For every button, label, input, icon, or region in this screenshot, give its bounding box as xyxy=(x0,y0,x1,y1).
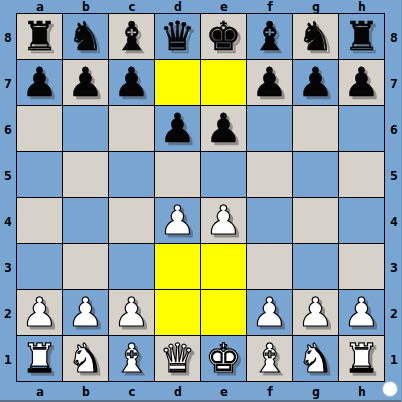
coordinate-label-c: c xyxy=(109,384,155,400)
square-e4[interactable]: ♟ xyxy=(201,198,246,243)
piece-black-pawn[interactable]: ♟ xyxy=(160,106,196,151)
coordinate-label-8: 8 xyxy=(0,14,16,60)
piece-black-pawn[interactable]: ♟ xyxy=(252,60,288,105)
coordinate-label-f: f xyxy=(247,384,293,400)
coordinate-label-d: d xyxy=(155,384,201,400)
piece-white-pawn[interactable]: ♟ xyxy=(206,198,242,243)
coordinate-label-g: g xyxy=(293,0,339,13)
square-c6[interactable] xyxy=(109,106,154,151)
piece-black-rook[interactable]: ♜ xyxy=(22,14,58,59)
square-g1[interactable]: ♞ xyxy=(293,336,338,381)
square-b6[interactable] xyxy=(63,106,108,151)
square-c2[interactable]: ♟ xyxy=(109,290,154,335)
square-b3[interactable] xyxy=(63,244,108,289)
piece-white-bishop[interactable]: ♝ xyxy=(114,336,150,381)
file-labels-top: abcdefgh xyxy=(17,0,385,13)
coordinate-label-h: h xyxy=(339,384,385,400)
square-f3[interactable] xyxy=(247,244,292,289)
square-e2[interactable] xyxy=(201,290,246,335)
square-h8[interactable]: ♜ xyxy=(339,14,384,59)
coordinate-label-c: c xyxy=(109,0,155,13)
piece-black-queen[interactable]: ♛ xyxy=(160,14,196,59)
rank-labels-left: 87654321 xyxy=(0,14,16,382)
square-a2[interactable]: ♟ xyxy=(17,290,62,335)
square-d4[interactable]: ♟ xyxy=(155,198,200,243)
piece-white-pawn[interactable]: ♟ xyxy=(68,290,104,335)
square-d3[interactable] xyxy=(155,244,200,289)
square-h7[interactable]: ♟ xyxy=(339,60,384,105)
piece-white-king[interactable]: ♚ xyxy=(206,336,242,381)
piece-white-pawn[interactable]: ♟ xyxy=(344,290,380,335)
coordinate-label-a: a xyxy=(17,384,63,400)
piece-black-king[interactable]: ♚ xyxy=(206,14,242,59)
square-e3[interactable] xyxy=(201,244,246,289)
square-a3[interactable] xyxy=(17,244,62,289)
square-g7[interactable]: ♟ xyxy=(293,60,338,105)
chess-board: ♜♞♝♛♚♝♞♜♟♟♟♟♟♟♟♟♟♟♟♟♟♟♟♟♜♞♝♛♚♝♞♜ xyxy=(16,13,385,382)
piece-black-knight[interactable]: ♞ xyxy=(68,14,104,59)
square-c4[interactable] xyxy=(109,198,154,243)
square-f4[interactable] xyxy=(247,198,292,243)
coordinate-label-f: f xyxy=(247,0,293,13)
square-b7[interactable]: ♟ xyxy=(63,60,108,105)
piece-black-bishop[interactable]: ♝ xyxy=(252,14,288,59)
coordinate-label-5: 5 xyxy=(386,152,402,198)
piece-white-pawn[interactable]: ♟ xyxy=(114,290,150,335)
square-h2[interactable]: ♟ xyxy=(339,290,384,335)
coordinate-label-7: 7 xyxy=(0,60,16,106)
piece-white-queen[interactable]: ♛ xyxy=(160,336,196,381)
coordinate-label-3: 3 xyxy=(386,244,402,290)
square-e7[interactable] xyxy=(201,60,246,105)
file-labels-bottom: abcdefgh xyxy=(17,384,385,400)
square-h5[interactable] xyxy=(339,152,384,197)
square-h4[interactable] xyxy=(339,198,384,243)
square-h3[interactable] xyxy=(339,244,384,289)
square-a5[interactable] xyxy=(17,152,62,197)
coordinate-label-a: a xyxy=(17,0,63,13)
coordinate-label-4: 4 xyxy=(0,198,16,244)
piece-white-pawn[interactable]: ♟ xyxy=(298,290,334,335)
coordinate-label-4: 4 xyxy=(386,198,402,244)
coordinate-label-5: 5 xyxy=(0,152,16,198)
piece-white-rook[interactable]: ♜ xyxy=(22,336,58,381)
square-d6[interactable]: ♟ xyxy=(155,106,200,151)
piece-white-rook[interactable]: ♜ xyxy=(344,336,380,381)
square-d5[interactable] xyxy=(155,152,200,197)
piece-black-pawn[interactable]: ♟ xyxy=(344,60,380,105)
square-c3[interactable] xyxy=(109,244,154,289)
piece-white-pawn[interactable]: ♟ xyxy=(22,290,58,335)
side-to-move-indicator xyxy=(383,382,397,396)
coordinate-label-2: 2 xyxy=(386,290,402,336)
square-g6[interactable] xyxy=(293,106,338,151)
piece-black-pawn[interactable]: ♟ xyxy=(206,106,242,151)
square-h1[interactable]: ♜ xyxy=(339,336,384,381)
piece-white-knight[interactable]: ♞ xyxy=(68,336,104,381)
square-d2[interactable] xyxy=(155,290,200,335)
piece-black-pawn[interactable]: ♟ xyxy=(68,60,104,105)
piece-black-pawn[interactable]: ♟ xyxy=(22,60,58,105)
coordinate-label-e: e xyxy=(201,0,247,13)
coordinate-label-h: h xyxy=(339,0,385,13)
square-f7[interactable]: ♟ xyxy=(247,60,292,105)
square-c5[interactable] xyxy=(109,152,154,197)
square-d1[interactable]: ♛ xyxy=(155,336,200,381)
piece-black-bishop[interactable]: ♝ xyxy=(114,14,150,59)
square-c8[interactable]: ♝ xyxy=(109,14,154,59)
square-b5[interactable] xyxy=(63,152,108,197)
square-b1[interactable]: ♞ xyxy=(63,336,108,381)
coordinate-label-3: 3 xyxy=(0,244,16,290)
piece-black-rook[interactable]: ♜ xyxy=(344,14,380,59)
square-d8[interactable]: ♛ xyxy=(155,14,200,59)
piece-black-pawn[interactable]: ♟ xyxy=(298,60,334,105)
piece-white-knight[interactable]: ♞ xyxy=(298,336,334,381)
coordinate-label-2: 2 xyxy=(0,290,16,336)
square-d7[interactable] xyxy=(155,60,200,105)
square-f8[interactable]: ♝ xyxy=(247,14,292,59)
square-b2[interactable]: ♟ xyxy=(63,290,108,335)
piece-white-pawn[interactable]: ♟ xyxy=(160,198,196,243)
square-f2[interactable]: ♟ xyxy=(247,290,292,335)
square-g4[interactable] xyxy=(293,198,338,243)
square-e8[interactable]: ♚ xyxy=(201,14,246,59)
coordinate-label-g: g xyxy=(293,384,339,400)
square-g5[interactable] xyxy=(293,152,338,197)
square-a8[interactable]: ♜ xyxy=(17,14,62,59)
square-b4[interactable] xyxy=(63,198,108,243)
coordinate-label-1: 1 xyxy=(386,336,402,382)
piece-white-pawn[interactable]: ♟ xyxy=(252,290,288,335)
square-g8[interactable]: ♞ xyxy=(293,14,338,59)
square-b8[interactable]: ♞ xyxy=(63,14,108,59)
square-a1[interactable]: ♜ xyxy=(17,336,62,381)
square-h6[interactable] xyxy=(339,106,384,151)
square-g2[interactable]: ♟ xyxy=(293,290,338,335)
coordinate-label-d: d xyxy=(155,0,201,13)
piece-black-knight[interactable]: ♞ xyxy=(298,14,334,59)
square-f1[interactable]: ♝ xyxy=(247,336,292,381)
square-c7[interactable]: ♟ xyxy=(109,60,154,105)
square-g3[interactable] xyxy=(293,244,338,289)
coordinate-label-b: b xyxy=(63,0,109,13)
square-f6[interactable] xyxy=(247,106,292,151)
coordinate-label-7: 7 xyxy=(386,60,402,106)
square-e1[interactable]: ♚ xyxy=(201,336,246,381)
square-a6[interactable] xyxy=(17,106,62,151)
square-e5[interactable] xyxy=(201,152,246,197)
coordinate-label-6: 6 xyxy=(0,106,16,152)
square-a4[interactable] xyxy=(17,198,62,243)
coordinate-label-1: 1 xyxy=(0,336,16,382)
piece-white-bishop[interactable]: ♝ xyxy=(252,336,288,381)
square-c1[interactable]: ♝ xyxy=(109,336,154,381)
coordinate-label-6: 6 xyxy=(386,106,402,152)
coordinate-label-8: 8 xyxy=(386,14,402,60)
square-f5[interactable] xyxy=(247,152,292,197)
square-e6[interactable]: ♟ xyxy=(201,106,246,151)
square-a7[interactable]: ♟ xyxy=(17,60,62,105)
coordinate-label-b: b xyxy=(63,384,109,400)
piece-black-pawn[interactable]: ♟ xyxy=(114,60,150,105)
rank-labels-right: 87654321 xyxy=(386,14,402,382)
coordinate-label-e: e xyxy=(201,384,247,400)
